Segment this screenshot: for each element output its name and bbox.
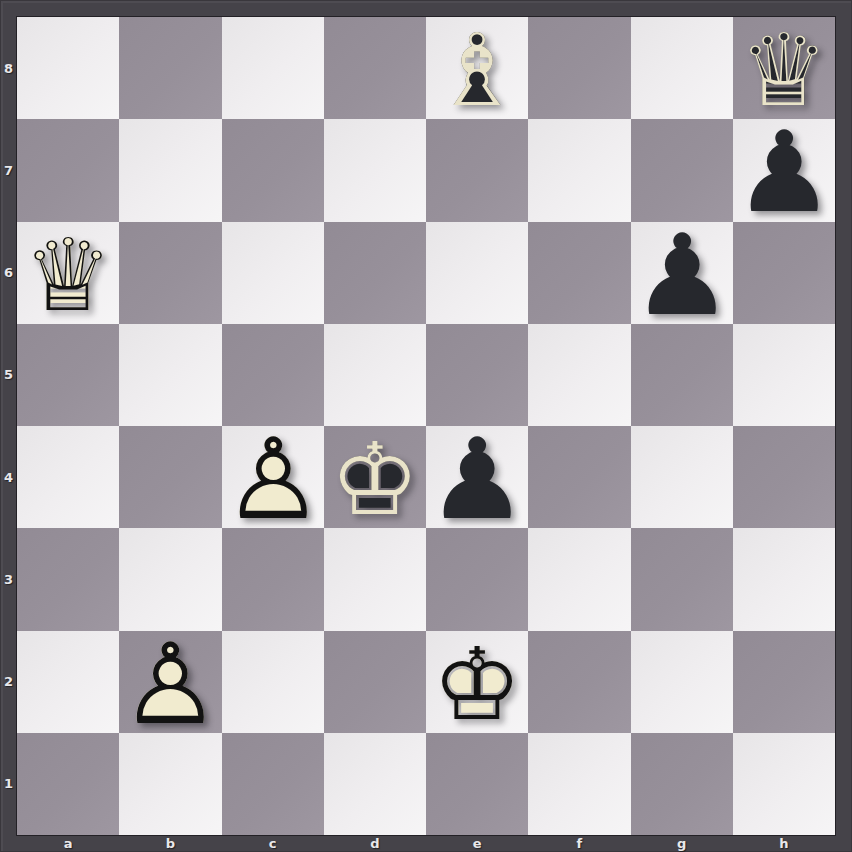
square-h8[interactable]: ♛♕ bbox=[733, 17, 835, 119]
square-f2[interactable] bbox=[528, 631, 630, 733]
square-b1[interactable] bbox=[119, 733, 221, 835]
square-e7[interactable] bbox=[426, 119, 528, 221]
square-h3[interactable] bbox=[733, 528, 835, 630]
white-pawn[interactable]: ♟♙ bbox=[222, 426, 324, 528]
square-f6[interactable] bbox=[528, 222, 630, 324]
piece-glyph-outline: ♗ bbox=[426, 20, 528, 122]
file-label-e: e bbox=[426, 835, 528, 852]
rank-label-4: 4 bbox=[0, 426, 17, 528]
black-pawn[interactable]: ♟ bbox=[631, 222, 733, 324]
square-a4[interactable] bbox=[17, 426, 119, 528]
rank-label-8: 8 bbox=[0, 17, 17, 119]
square-b6[interactable] bbox=[119, 222, 221, 324]
square-h2[interactable] bbox=[733, 631, 835, 733]
square-b5[interactable] bbox=[119, 324, 221, 426]
file-label-d: d bbox=[324, 835, 426, 852]
black-pawn[interactable]: ♟ bbox=[733, 119, 835, 221]
square-b4[interactable] bbox=[119, 426, 221, 528]
square-e4[interactable]: ♟ bbox=[426, 426, 528, 528]
square-g3[interactable] bbox=[631, 528, 733, 630]
square-g8[interactable] bbox=[631, 17, 733, 119]
square-f1[interactable] bbox=[528, 733, 630, 835]
square-e1[interactable] bbox=[426, 733, 528, 835]
square-g5[interactable] bbox=[631, 324, 733, 426]
square-d6[interactable] bbox=[324, 222, 426, 324]
square-a6[interactable]: ♛♕ bbox=[17, 222, 119, 324]
square-c6[interactable] bbox=[222, 222, 324, 324]
piece-glyph-outline: ♔ bbox=[426, 634, 528, 736]
square-a5[interactable] bbox=[17, 324, 119, 426]
square-h6[interactable] bbox=[733, 222, 835, 324]
square-g7[interactable] bbox=[631, 119, 733, 221]
piece-glyph-outline: ♔ bbox=[324, 429, 426, 531]
rank-labels: 87654321 bbox=[0, 17, 17, 835]
white-pawn[interactable]: ♟♙ bbox=[119, 631, 221, 733]
square-h5[interactable] bbox=[733, 324, 835, 426]
square-e6[interactable] bbox=[426, 222, 528, 324]
rank-label-6: 6 bbox=[0, 222, 17, 324]
square-c7[interactable] bbox=[222, 119, 324, 221]
square-e3[interactable] bbox=[426, 528, 528, 630]
rank-label-3: 3 bbox=[0, 528, 17, 630]
square-g2[interactable] bbox=[631, 631, 733, 733]
square-h7[interactable]: ♟ bbox=[733, 119, 835, 221]
square-h4[interactable] bbox=[733, 426, 835, 528]
black-queen[interactable]: ♛♕ bbox=[733, 17, 835, 119]
square-b2[interactable]: ♟♙ bbox=[119, 631, 221, 733]
square-e5[interactable] bbox=[426, 324, 528, 426]
black-bishop[interactable]: ♝♗ bbox=[426, 17, 528, 119]
square-c1[interactable] bbox=[222, 733, 324, 835]
rank-label-7: 7 bbox=[0, 119, 17, 221]
square-c2[interactable] bbox=[222, 631, 324, 733]
square-a7[interactable] bbox=[17, 119, 119, 221]
square-e8[interactable]: ♝♗ bbox=[426, 17, 528, 119]
square-c5[interactable] bbox=[222, 324, 324, 426]
file-label-a: a bbox=[17, 835, 119, 852]
square-d5[interactable] bbox=[324, 324, 426, 426]
square-d3[interactable] bbox=[324, 528, 426, 630]
square-d4[interactable]: ♚♔ bbox=[324, 426, 426, 528]
square-a1[interactable] bbox=[17, 733, 119, 835]
piece-glyph-fill: ♟ bbox=[727, 116, 842, 231]
rank-label-2: 2 bbox=[0, 631, 17, 733]
square-d7[interactable] bbox=[324, 119, 426, 221]
square-a2[interactable] bbox=[17, 631, 119, 733]
square-f8[interactable] bbox=[528, 17, 630, 119]
square-d1[interactable] bbox=[324, 733, 426, 835]
piece-glyph-outline: ♙ bbox=[113, 627, 228, 742]
piece-glyph-outline: ♕ bbox=[17, 225, 119, 327]
square-f7[interactable] bbox=[528, 119, 630, 221]
square-b7[interactable] bbox=[119, 119, 221, 221]
chessboard: ♝♗♛♕♟♛♕♟♟♙♚♔♟♟♙♚♔ bbox=[17, 17, 835, 835]
piece-glyph-outline: ♙ bbox=[215, 423, 330, 538]
file-label-b: b bbox=[119, 835, 221, 852]
file-label-f: f bbox=[528, 835, 630, 852]
file-label-g: g bbox=[631, 835, 733, 852]
black-king[interactable]: ♚♔ bbox=[324, 426, 426, 528]
square-a3[interactable] bbox=[17, 528, 119, 630]
square-g1[interactable] bbox=[631, 733, 733, 835]
square-d8[interactable] bbox=[324, 17, 426, 119]
file-label-h: h bbox=[733, 835, 835, 852]
rank-label-1: 1 bbox=[0, 733, 17, 835]
square-f5[interactable] bbox=[528, 324, 630, 426]
chessboard-frame: 87654321 abcdefgh ♝♗♛♕♟♛♕♟♟♙♚♔♟♟♙♚♔ bbox=[0, 0, 852, 852]
square-c8[interactable] bbox=[222, 17, 324, 119]
square-b8[interactable] bbox=[119, 17, 221, 119]
square-b3[interactable] bbox=[119, 528, 221, 630]
square-f4[interactable] bbox=[528, 426, 630, 528]
square-e2[interactable]: ♚♔ bbox=[426, 631, 528, 733]
white-king[interactable]: ♚♔ bbox=[426, 631, 528, 733]
square-d2[interactable] bbox=[324, 631, 426, 733]
black-pawn[interactable]: ♟ bbox=[426, 426, 528, 528]
piece-glyph-fill: ♟ bbox=[420, 423, 535, 538]
rank-label-5: 5 bbox=[0, 324, 17, 426]
square-g6[interactable]: ♟ bbox=[631, 222, 733, 324]
square-c3[interactable] bbox=[222, 528, 324, 630]
square-a8[interactable] bbox=[17, 17, 119, 119]
square-f3[interactable] bbox=[528, 528, 630, 630]
square-h1[interactable] bbox=[733, 733, 835, 835]
white-queen[interactable]: ♛♕ bbox=[17, 222, 119, 324]
square-g4[interactable] bbox=[631, 426, 733, 528]
square-c4[interactable]: ♟♙ bbox=[222, 426, 324, 528]
piece-glyph-fill: ♟ bbox=[624, 218, 739, 333]
file-labels: abcdefgh bbox=[17, 835, 835, 852]
file-label-c: c bbox=[222, 835, 324, 852]
